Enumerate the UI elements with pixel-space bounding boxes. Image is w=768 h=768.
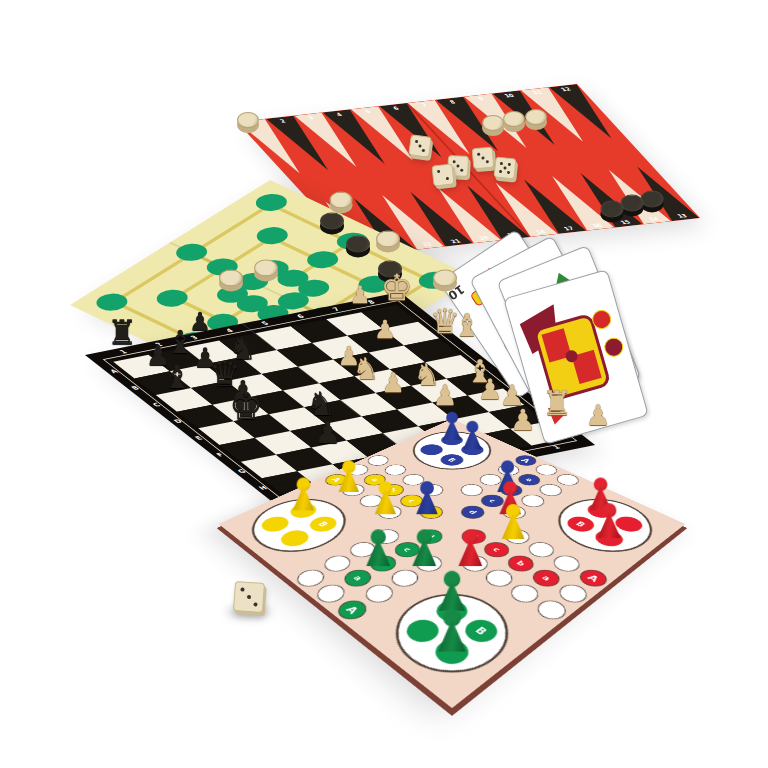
svg-text:10: 10	[445, 282, 467, 303]
spanish-cards-fan: 10	[0, 0, 768, 768]
card-art	[504, 270, 647, 443]
spanish-card-4	[503, 269, 649, 445]
game-set-photo: 124223322421520619718817916101511141213 …	[0, 0, 768, 768]
